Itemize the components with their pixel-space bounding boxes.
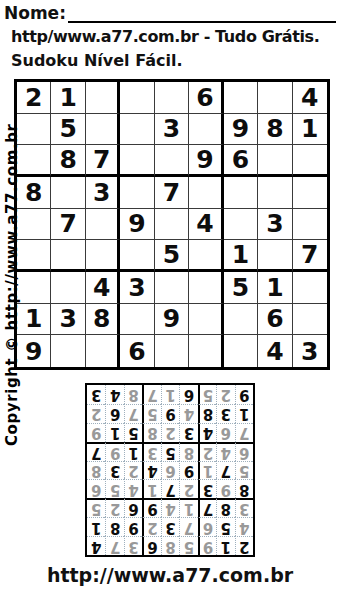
puzzle-cell-r3c5 xyxy=(155,145,189,177)
solution-cell-r3c5: 4 xyxy=(161,498,179,517)
puzzle-cell-r7c8: 1 xyxy=(258,272,292,304)
puzzle-cell-r9c8: 4 xyxy=(258,335,292,367)
solution-cell-r7c7: 5 xyxy=(124,423,142,442)
solution-cell-r3c1: 3 xyxy=(235,498,253,517)
solution-cell-r5c4: 9 xyxy=(179,461,197,480)
solution-cell-r8c2: 3 xyxy=(216,404,234,423)
solution-cell-r9c7: 8 xyxy=(124,385,142,404)
solution-cell-r6c1: 6 xyxy=(235,442,253,461)
solution-cell-r1c1: 2 xyxy=(235,536,253,555)
puzzle-cell-r2c3 xyxy=(86,114,120,146)
name-row: Nome: xyxy=(4,3,336,23)
solution-cell-r2c4: 7 xyxy=(179,517,197,536)
solution-cell-r2c6: 2 xyxy=(142,517,160,536)
solution-cell-r4c4: 2 xyxy=(179,479,197,498)
solution-cell-r4c2: 9 xyxy=(216,479,234,498)
solution-cell-r9c2: 2 xyxy=(216,385,234,404)
solution-cell-r2c1: 4 xyxy=(235,517,253,536)
solution-cell-r7c1: 7 xyxy=(235,423,253,442)
solution-cell-r9c1: 9 xyxy=(235,385,253,404)
puzzle-cell-r5c9 xyxy=(293,209,327,241)
solution-cell-r1c3: 9 xyxy=(198,536,216,555)
puzzle-cell-r4c5: 7 xyxy=(155,177,189,209)
solution-cell-r3c9: 5 xyxy=(87,498,105,517)
sudoku-solution-grid-upside-down: 2195863744567329813871496258932714565719… xyxy=(85,383,255,557)
solution-cell-r1c6: 6 xyxy=(142,536,160,555)
sudoku-puzzle-grid: 216453981879683779435174351138969643 xyxy=(14,79,330,370)
solution-cell-r8c5: 9 xyxy=(161,404,179,423)
solution-cell-r9c3: 5 xyxy=(198,385,216,404)
solution-cell-r2c8: 8 xyxy=(105,517,123,536)
solution-cell-r3c6: 9 xyxy=(142,498,160,517)
puzzle-cell-r3c8 xyxy=(258,145,292,177)
solution-cell-r7c5: 2 xyxy=(161,423,179,442)
puzzle-cell-r5c7 xyxy=(224,209,258,241)
puzzle-cell-r1c7 xyxy=(224,82,258,114)
footer-url: http://www.a77.com.br xyxy=(0,564,340,586)
puzzle-cell-r9c4: 6 xyxy=(120,335,154,367)
puzzle-cell-r4c3: 3 xyxy=(86,177,120,209)
solution-cell-r5c3: 1 xyxy=(198,461,216,480)
solution-cell-r1c8: 7 xyxy=(105,536,123,555)
solution-cell-r4c6: 1 xyxy=(142,479,160,498)
solution-cell-r9c9: 3 xyxy=(87,385,105,404)
solution-cell-r7c3: 4 xyxy=(198,423,216,442)
puzzle-cell-r9c3 xyxy=(86,335,120,367)
puzzle-cell-r3c1 xyxy=(17,145,51,177)
puzzle-cell-r5c3 xyxy=(86,209,120,241)
solution-cell-r3c8: 2 xyxy=(105,498,123,517)
puzzle-cell-r5c8: 3 xyxy=(258,209,292,241)
solution-cell-r4c5: 7 xyxy=(161,479,179,498)
solution-cell-r4c3: 3 xyxy=(198,479,216,498)
solution-cell-r5c6: 4 xyxy=(142,461,160,480)
puzzle-cell-r1c5 xyxy=(155,82,189,114)
puzzle-cell-r1c4 xyxy=(120,82,154,114)
solution-cell-r7c2: 6 xyxy=(216,423,234,442)
solution-cell-r3c7: 6 xyxy=(124,498,142,517)
puzzle-cell-r1c6: 6 xyxy=(189,82,223,114)
solution-cell-r6c2: 4 xyxy=(216,442,234,461)
puzzle-cell-r7c5 xyxy=(155,272,189,304)
puzzle-cell-r6c2 xyxy=(51,240,85,272)
puzzle-cell-r8c6 xyxy=(189,304,223,336)
solution-cell-r1c9: 4 xyxy=(87,536,105,555)
solution-cell-r8c4: 4 xyxy=(179,404,197,423)
solution-cell-r7c8: 1 xyxy=(105,423,123,442)
solution-cell-r8c8: 6 xyxy=(105,404,123,423)
puzzle-cell-r3c4 xyxy=(120,145,154,177)
solution-cell-r2c9: 1 xyxy=(87,517,105,536)
puzzle-cell-r9c7 xyxy=(224,335,258,367)
puzzle-cell-r7c7: 5 xyxy=(224,272,258,304)
puzzle-cell-r2c7: 9 xyxy=(224,114,258,146)
puzzle-cell-r6c6 xyxy=(189,240,223,272)
solution-cell-r9c5: 1 xyxy=(161,385,179,404)
solution-cell-r5c8: 3 xyxy=(105,461,123,480)
puzzle-cell-r4c9 xyxy=(293,177,327,209)
puzzle-cell-r8c3: 8 xyxy=(86,304,120,336)
solution-cell-r1c5: 8 xyxy=(161,536,179,555)
puzzle-cell-r1c8 xyxy=(258,82,292,114)
puzzle-cell-r5c1 xyxy=(17,209,51,241)
puzzle-cell-r2c4 xyxy=(120,114,154,146)
puzzle-cell-r6c8 xyxy=(258,240,292,272)
solution-cell-r3c4: 1 xyxy=(179,498,197,517)
puzzle-cell-r6c3 xyxy=(86,240,120,272)
solution-cell-r3c3: 7 xyxy=(198,498,216,517)
solution-cell-r5c9: 8 xyxy=(87,461,105,480)
puzzle-cell-r7c9 xyxy=(293,272,327,304)
solution-cell-r9c6: 7 xyxy=(142,385,160,404)
puzzle-cell-r3c2: 8 xyxy=(51,145,85,177)
solution-cell-r2c2: 5 xyxy=(216,517,234,536)
solution-cell-r1c7: 3 xyxy=(124,536,142,555)
puzzle-cell-r8c7 xyxy=(224,304,258,336)
solution-cell-r9c4: 6 xyxy=(179,385,197,404)
solution-cell-r2c3: 6 xyxy=(198,517,216,536)
solution-cell-r4c7: 4 xyxy=(124,479,142,498)
puzzle-cell-r2c5: 3 xyxy=(155,114,189,146)
puzzle-cell-r1c2: 1 xyxy=(51,82,85,114)
puzzle-cell-r7c1 xyxy=(17,272,51,304)
puzzle-cell-r8c1: 1 xyxy=(17,304,51,336)
puzzle-cell-r7c2 xyxy=(51,272,85,304)
puzzle-cell-r4c6 xyxy=(189,177,223,209)
solution-cell-r2c7: 9 xyxy=(124,517,142,536)
solution-cell-r4c8: 5 xyxy=(105,479,123,498)
solution-cell-r6c7: 1 xyxy=(124,442,142,461)
solution-cell-r7c6: 8 xyxy=(142,423,160,442)
site-title: http/www.a77.com.br - Tudo Grátis. xyxy=(11,27,319,46)
puzzle-difficulty-title: Sudoku Nível Fácil. xyxy=(11,51,183,70)
puzzle-cell-r6c1 xyxy=(17,240,51,272)
puzzle-cell-r2c6 xyxy=(189,114,223,146)
puzzle-cell-r2c9: 1 xyxy=(293,114,327,146)
puzzle-cell-r7c6 xyxy=(189,272,223,304)
solution-cell-r4c9: 6 xyxy=(87,479,105,498)
solution-cell-r6c6: 3 xyxy=(142,442,160,461)
solution-cell-r8c9: 2 xyxy=(87,404,105,423)
puzzle-cell-r8c5: 9 xyxy=(155,304,189,336)
solution-cell-r8c3: 8 xyxy=(198,404,216,423)
puzzle-cell-r4c7 xyxy=(224,177,258,209)
solution-cell-r6c9: 7 xyxy=(87,442,105,461)
solution-cell-r5c5: 6 xyxy=(161,461,179,480)
solution-cell-r5c2: 7 xyxy=(216,461,234,480)
puzzle-cell-r4c1: 8 xyxy=(17,177,51,209)
puzzle-cell-r6c5: 5 xyxy=(155,240,189,272)
puzzle-cell-r6c9: 7 xyxy=(293,240,327,272)
puzzle-cell-r4c8 xyxy=(258,177,292,209)
puzzle-cell-r9c2 xyxy=(51,335,85,367)
puzzle-cell-r9c5 xyxy=(155,335,189,367)
puzzle-cell-r3c9 xyxy=(293,145,327,177)
solution-cell-r1c4: 5 xyxy=(179,536,197,555)
puzzle-cell-r9c9: 3 xyxy=(293,335,327,367)
solution-cell-r6c3: 2 xyxy=(198,442,216,461)
puzzle-cell-r8c8: 6 xyxy=(258,304,292,336)
puzzle-cell-r1c3 xyxy=(86,82,120,114)
puzzle-cell-r8c2: 3 xyxy=(51,304,85,336)
solution-cell-r7c4: 3 xyxy=(179,423,197,442)
puzzle-cell-r3c7: 6 xyxy=(224,145,258,177)
puzzle-cell-r5c6: 4 xyxy=(189,209,223,241)
puzzle-cell-r3c6: 9 xyxy=(189,145,223,177)
puzzle-cell-r7c3: 4 xyxy=(86,272,120,304)
solution-cell-r6c4: 8 xyxy=(179,442,197,461)
solution-cell-r8c7: 7 xyxy=(124,404,142,423)
solution-cell-r9c8: 4 xyxy=(105,385,123,404)
solution-cell-r3c2: 8 xyxy=(216,498,234,517)
solution-cell-r2c5: 3 xyxy=(161,517,179,536)
puzzle-cell-r4c2 xyxy=(51,177,85,209)
puzzle-cell-r6c7: 1 xyxy=(224,240,258,272)
copyright-vertical-text: Copyright © http://www.a77.com.br xyxy=(3,123,21,446)
solution-cell-r5c1: 5 xyxy=(235,461,253,480)
puzzle-cell-r6c4 xyxy=(120,240,154,272)
solution-cell-r5c7: 2 xyxy=(124,461,142,480)
puzzle-cell-r1c1: 2 xyxy=(17,82,51,114)
puzzle-cell-r9c1: 9 xyxy=(17,335,51,367)
name-underline-field xyxy=(68,3,336,23)
puzzle-cell-r4c4 xyxy=(120,177,154,209)
puzzle-cell-r5c5 xyxy=(155,209,189,241)
solution-cell-r6c8: 9 xyxy=(105,442,123,461)
solution-cell-r7c9: 9 xyxy=(87,423,105,442)
name-label: Nome: xyxy=(4,3,66,23)
puzzle-cell-r1c9: 4 xyxy=(293,82,327,114)
puzzle-cell-r5c4: 9 xyxy=(120,209,154,241)
puzzle-cell-r3c3: 7 xyxy=(86,145,120,177)
puzzle-cell-r2c8: 8 xyxy=(258,114,292,146)
solution-cell-r8c1: 1 xyxy=(235,404,253,423)
solution-cell-r8c6: 5 xyxy=(142,404,160,423)
puzzle-cell-r9c6 xyxy=(189,335,223,367)
solution-cell-r6c5: 5 xyxy=(161,442,179,461)
puzzle-cell-r7c4: 3 xyxy=(120,272,154,304)
solution-cell-r4c1: 8 xyxy=(235,479,253,498)
puzzle-cell-r8c9 xyxy=(293,304,327,336)
puzzle-cell-r8c4 xyxy=(120,304,154,336)
puzzle-cell-r5c2: 7 xyxy=(51,209,85,241)
puzzle-cell-r2c2: 5 xyxy=(51,114,85,146)
puzzle-cell-r2c1 xyxy=(17,114,51,146)
solution-cell-r1c2: 1 xyxy=(216,536,234,555)
